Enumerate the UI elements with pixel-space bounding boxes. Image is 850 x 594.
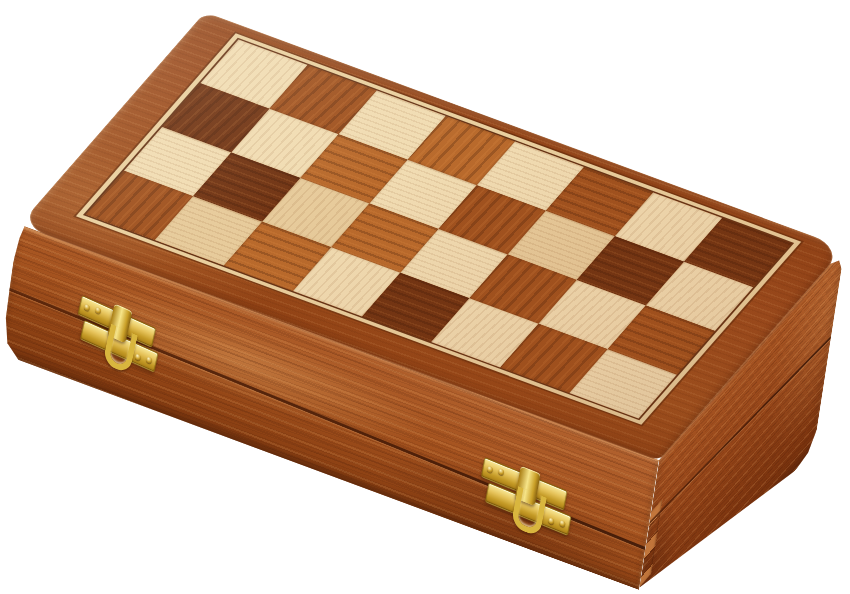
product-photo: [0, 0, 850, 594]
screw: [135, 353, 142, 361]
screw: [95, 306, 102, 314]
screw: [498, 468, 504, 476]
screw: [146, 356, 153, 364]
screw: [84, 304, 91, 312]
brass-latch-front: [474, 450, 576, 550]
brass-latch-left: [70, 288, 164, 384]
screw: [487, 465, 493, 473]
screw: [559, 520, 565, 528]
screw: [548, 517, 554, 525]
folding-chess-box: [0, 0, 850, 594]
